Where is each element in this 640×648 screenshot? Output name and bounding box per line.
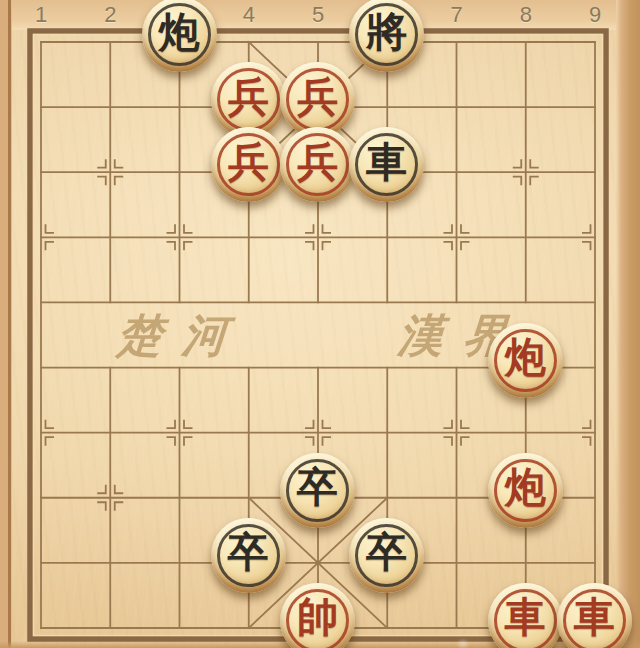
piece-black-chariot[interactable]: 車 [349,127,424,202]
piece-red-soldier[interactable]: 兵 [280,62,355,137]
river-text-left: 楚河 [115,306,249,366]
piece-black-soldier[interactable]: 卒 [211,518,286,593]
file-label-9: 9 [589,2,601,28]
piece-glyph: 兵 [211,62,286,137]
piece-glyph: 卒 [211,518,286,593]
piece-glyph: 帥 [280,583,355,648]
file-label-7: 7 [450,2,462,28]
piece-red-general[interactable]: 帥 [280,583,355,648]
file-label-5: 5 [312,2,324,28]
piece-glyph: 車 [349,127,424,202]
file-label-4: 4 [243,2,255,28]
piece-glyph: 車 [488,583,563,648]
piece-glyph: 車 [557,583,632,648]
piece-glyph: 炮 [488,323,563,398]
piece-red-cannon[interactable]: 炮 [488,323,563,398]
piece-glyph: 將 [349,0,424,72]
piece-black-general[interactable]: 將 [349,0,424,72]
piece-red-cannon[interactable]: 炮 [488,453,563,528]
piece-glyph: 卒 [349,518,424,593]
piece-red-soldier[interactable]: 兵 [280,127,355,202]
piece-red-soldier[interactable]: 兵 [211,127,286,202]
piece-glyph: 兵 [211,127,286,202]
file-label-8: 8 [520,2,532,28]
piece-black-soldier[interactable]: 卒 [280,453,355,528]
piece-glyph: 炮 [142,0,217,72]
piece-black-cannon[interactable]: 炮 [142,0,217,72]
file-label-1: 1 [35,2,47,28]
piece-glyph: 炮 [488,453,563,528]
piece-black-soldier[interactable]: 卒 [349,518,424,593]
xiangqi-board[interactable]: 123456789 楚河 漢界 炮將兵兵兵兵車炮卒炮卒卒帥車車 [0,0,640,648]
piece-red-soldier[interactable]: 兵 [211,62,286,137]
piece-glyph: 卒 [280,453,355,528]
piece-glyph: 兵 [280,127,355,202]
piece-glyph: 兵 [280,62,355,137]
file-label-2: 2 [104,2,116,28]
piece-red-chariot[interactable]: 車 [488,583,563,648]
piece-red-chariot[interactable]: 車 [557,583,632,648]
